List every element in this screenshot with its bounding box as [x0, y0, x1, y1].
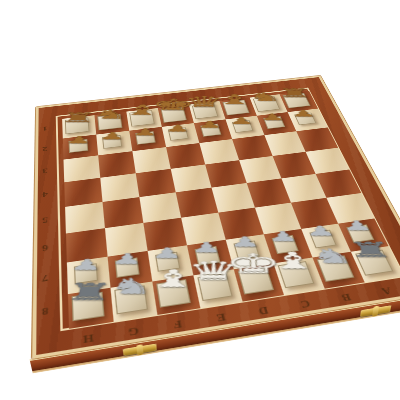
hinge-pin: [137, 344, 144, 355]
piece-glyph: ♜: [58, 111, 97, 124]
product-photo-scene: HGFEDCBA87654321 ♜♞♝♚♛♝♞♜♟♟♟♟♟♟♟♟♟♟♟♟♟♟♟…: [0, 0, 400, 400]
piece-glyph: ♟: [165, 123, 191, 133]
brass-hinge-right: [360, 305, 391, 317]
square-h8: [68, 288, 114, 329]
piece-glyph: ♞: [248, 91, 281, 103]
piece-glyph: ♟: [260, 112, 286, 121]
chess-board: HGFEDCBA87654321 ♜♞♝♚♛♝♞♜♟♟♟♟♟♟♟♟♟♟♟♟♟♟♟…: [32, 76, 400, 359]
square-f8: [152, 275, 200, 315]
perspective-wrapper: HGFEDCBA87654321 ♜♞♝♚♛♝♞♜♟♟♟♟♟♟♟♟♟♟♟♟♟♟♟…: [0, 0, 400, 400]
piece-glyph: ♟: [98, 131, 125, 141]
piece-glyph: ♟: [132, 127, 159, 137]
piece-glyph: ♟: [229, 116, 254, 125]
square-g8: [110, 281, 157, 321]
piece-glyph: ♟: [65, 135, 93, 145]
piece-glyph: ♟: [197, 120, 222, 129]
hinge-pin: [372, 306, 379, 317]
piece-glyph: ♜: [277, 87, 313, 99]
piece-glyph: ♟: [291, 109, 317, 118]
piece-glyph: ♝: [122, 103, 162, 117]
brass-hinge-left: [123, 344, 157, 357]
